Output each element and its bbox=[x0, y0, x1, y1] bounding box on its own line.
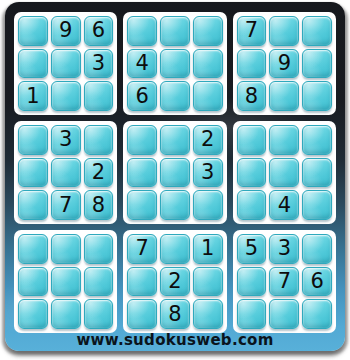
sudoku-cell[interactable] bbox=[237, 190, 267, 220]
sudoku-cell[interactable] bbox=[302, 190, 332, 220]
sudoku-cell[interactable]: 1 bbox=[18, 81, 48, 111]
sudoku-cell[interactable] bbox=[127, 125, 157, 155]
sudoku-cell[interactable] bbox=[160, 158, 190, 188]
sudoku-cell[interactable] bbox=[51, 234, 81, 264]
sudoku-cell[interactable] bbox=[302, 81, 332, 111]
given-digit: 2 bbox=[201, 129, 214, 150]
given-digit: 7 bbox=[245, 20, 258, 41]
sudoku-cell[interactable] bbox=[51, 81, 81, 111]
sudoku-cell[interactable] bbox=[51, 267, 81, 297]
given-digit: 6 bbox=[136, 86, 149, 107]
sudoku-cell[interactable] bbox=[51, 158, 81, 188]
sudoku-cell[interactable] bbox=[127, 16, 157, 46]
sudoku-cell[interactable] bbox=[237, 125, 267, 155]
sudoku-cell[interactable] bbox=[127, 267, 157, 297]
sudoku-box bbox=[14, 230, 117, 333]
website-url: www.sudokusweb.com bbox=[5, 331, 345, 347]
sudoku-box: 7128 bbox=[123, 230, 226, 333]
sudoku-cell[interactable] bbox=[127, 158, 157, 188]
sudoku-cell[interactable]: 4 bbox=[127, 49, 157, 79]
sudoku-cell[interactable]: 1 bbox=[193, 234, 223, 264]
given-digit: 8 bbox=[245, 86, 258, 107]
sudoku-cell[interactable] bbox=[269, 125, 299, 155]
given-digit: 9 bbox=[278, 53, 291, 74]
sudoku-cell[interactable]: 8 bbox=[84, 190, 114, 220]
sudoku-cell[interactable] bbox=[18, 16, 48, 46]
sudoku-cell[interactable] bbox=[18, 234, 48, 264]
sudoku-cell[interactable]: 9 bbox=[269, 49, 299, 79]
given-digit: 9 bbox=[59, 20, 72, 41]
sudoku-cell[interactable] bbox=[160, 16, 190, 46]
sudoku-cell[interactable] bbox=[269, 81, 299, 111]
sudoku-cell[interactable] bbox=[237, 299, 267, 329]
sudoku-cell[interactable] bbox=[160, 49, 190, 79]
sudoku-cell[interactable]: 2 bbox=[160, 267, 190, 297]
given-digit: 3 bbox=[278, 238, 291, 259]
sudoku-cell[interactable] bbox=[237, 158, 267, 188]
sudoku-cell[interactable] bbox=[84, 299, 114, 329]
sudoku-cell[interactable] bbox=[160, 125, 190, 155]
sudoku-cell[interactable]: 7 bbox=[269, 267, 299, 297]
given-digit: 3 bbox=[201, 162, 214, 183]
sudoku-cell[interactable]: 6 bbox=[84, 16, 114, 46]
sudoku-box: 3278 bbox=[14, 121, 117, 224]
sudoku-box: 9631 bbox=[14, 12, 117, 115]
sudoku-cell[interactable] bbox=[237, 49, 267, 79]
sudoku-cell[interactable] bbox=[84, 234, 114, 264]
sudoku-cell[interactable]: 9 bbox=[51, 16, 81, 46]
sudoku-cell[interactable]: 6 bbox=[302, 267, 332, 297]
sudoku-cell[interactable] bbox=[84, 267, 114, 297]
sudoku-cell[interactable] bbox=[18, 190, 48, 220]
sudoku-cell[interactable]: 7 bbox=[237, 16, 267, 46]
sudoku-cell[interactable]: 3 bbox=[269, 234, 299, 264]
sudoku-cell[interactable]: 7 bbox=[127, 234, 157, 264]
sudoku-cell[interactable]: 3 bbox=[51, 125, 81, 155]
sudoku-cell[interactable] bbox=[127, 190, 157, 220]
given-digit: 4 bbox=[136, 53, 149, 74]
sudoku-cell[interactable] bbox=[51, 49, 81, 79]
given-digit: 6 bbox=[92, 20, 105, 41]
sudoku-cell[interactable] bbox=[84, 81, 114, 111]
sudoku-cell[interactable] bbox=[18, 125, 48, 155]
sudoku-cell[interactable] bbox=[302, 158, 332, 188]
sudoku-cell[interactable] bbox=[160, 234, 190, 264]
sudoku-cell[interactable] bbox=[193, 16, 223, 46]
sudoku-cell[interactable] bbox=[302, 16, 332, 46]
sudoku-cell[interactable] bbox=[302, 299, 332, 329]
given-digit: 7 bbox=[278, 271, 291, 292]
given-digit: 2 bbox=[168, 271, 181, 292]
sudoku-cell[interactable] bbox=[160, 81, 190, 111]
sudoku-cell[interactable] bbox=[302, 234, 332, 264]
sudoku-cell[interactable]: 2 bbox=[84, 158, 114, 188]
sudoku-cell[interactable]: 3 bbox=[84, 49, 114, 79]
sudoku-cell[interactable] bbox=[51, 299, 81, 329]
given-digit: 6 bbox=[310, 271, 323, 292]
sudoku-cell[interactable]: 4 bbox=[269, 190, 299, 220]
given-digit: 4 bbox=[278, 195, 291, 216]
sudoku-cell[interactable] bbox=[269, 158, 299, 188]
sudoku-cell[interactable] bbox=[18, 299, 48, 329]
sudoku-cell[interactable] bbox=[302, 49, 332, 79]
sudoku-cell[interactable]: 7 bbox=[51, 190, 81, 220]
sudoku-cell[interactable] bbox=[160, 190, 190, 220]
sudoku-cell[interactable] bbox=[127, 299, 157, 329]
sudoku-cell[interactable] bbox=[193, 190, 223, 220]
sudoku-cell[interactable] bbox=[269, 299, 299, 329]
sudoku-cell[interactable] bbox=[193, 81, 223, 111]
given-digit: 2 bbox=[92, 162, 105, 183]
sudoku-box: 23 bbox=[123, 121, 226, 224]
sudoku-box: 798 bbox=[233, 12, 336, 115]
sudoku-cell[interactable] bbox=[193, 49, 223, 79]
sudoku-box: 4 bbox=[233, 121, 336, 224]
sudoku-cell[interactable] bbox=[84, 125, 114, 155]
given-digit: 3 bbox=[92, 53, 105, 74]
given-digit: 5 bbox=[245, 238, 258, 259]
sudoku-cell[interactable] bbox=[269, 16, 299, 46]
sudoku-cell[interactable]: 2 bbox=[193, 125, 223, 155]
given-digit: 8 bbox=[168, 304, 181, 325]
sudoku-cell[interactable]: 8 bbox=[237, 81, 267, 111]
given-digit: 7 bbox=[59, 195, 72, 216]
sudoku-cell[interactable]: 6 bbox=[127, 81, 157, 111]
given-digit: 3 bbox=[59, 129, 72, 150]
sudoku-cell[interactable]: 5 bbox=[237, 234, 267, 264]
sudoku-cell[interactable] bbox=[302, 125, 332, 155]
given-digit: 1 bbox=[26, 86, 39, 107]
sudoku-cell[interactable]: 8 bbox=[160, 299, 190, 329]
given-digit: 8 bbox=[92, 195, 105, 216]
given-digit: 7 bbox=[136, 238, 149, 259]
sudoku-cell[interactable] bbox=[18, 49, 48, 79]
given-digit: 1 bbox=[201, 238, 214, 259]
sudoku-cell[interactable] bbox=[18, 267, 48, 297]
sudoku-box: 5376 bbox=[233, 230, 336, 333]
sudoku-box: 46 bbox=[123, 12, 226, 115]
sudoku-cell[interactable] bbox=[193, 299, 223, 329]
sudoku-cell[interactable] bbox=[193, 267, 223, 297]
sudoku-grid: 963146798327823471285376 bbox=[14, 12, 336, 333]
sudoku-cell[interactable] bbox=[18, 158, 48, 188]
sudoku-cell[interactable] bbox=[237, 267, 267, 297]
sudoku-cell[interactable]: 3 bbox=[193, 158, 223, 188]
sudoku-board: 963146798327823471285376 www.sudokusweb.… bbox=[5, 2, 345, 351]
